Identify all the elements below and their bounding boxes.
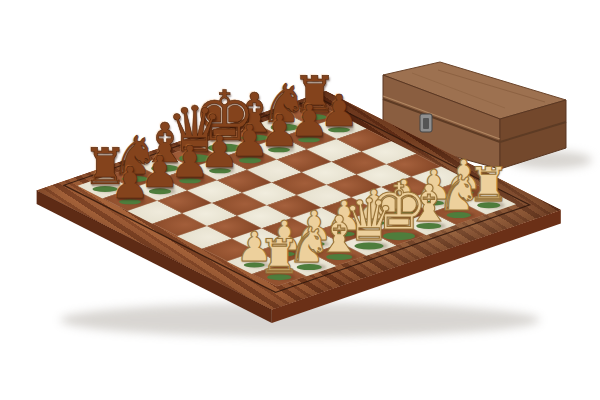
piece-black-pawn-a7[interactable]: ♟	[110, 161, 149, 205]
chess-set-photo: ♜♞♝♛♚♝♞♜♟♟♟♟♟♟♟♟♟♟♟♟♟♟♟♟♜♞♝♛♚♝♞♜	[0, 0, 600, 400]
pieces-layer: ♜♞♝♛♚♝♞♜♟♟♟♟♟♟♟♟♟♟♟♟♟♟♟♟♜♞♝♛♚♝♞♜	[0, 0, 600, 400]
piece-white-rook-a1[interactable]: ♜	[258, 233, 300, 280]
